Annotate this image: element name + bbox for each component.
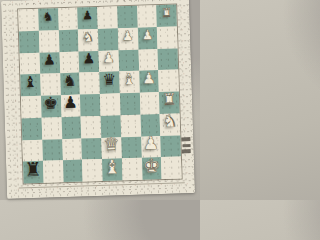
square-e3[interactable] — [120, 93, 140, 115]
piece-white-pawn-d2[interactable]: ♟ — [139, 67, 159, 89]
piece-white-knight-f1[interactable]: ♞ — [160, 110, 180, 132]
piece-white-rook-e1[interactable]: ♜ — [159, 88, 179, 110]
square-c1[interactable] — [158, 48, 178, 70]
piece-white-bishop-h4[interactable]: ♝ — [102, 155, 122, 177]
square-e8[interactable] — [21, 96, 41, 118]
piece-white-knight-b5[interactable]: ♞ — [78, 26, 98, 48]
piece-white-pawn-c4[interactable]: ♟ — [98, 47, 118, 69]
square-a8[interactable] — [18, 9, 38, 31]
square-f7[interactable] — [41, 117, 61, 139]
square-h1[interactable] — [161, 157, 181, 179]
square-g5[interactable] — [82, 137, 102, 159]
piece-black-knight-d6[interactable]: ♞ — [60, 70, 80, 92]
square-b1[interactable] — [157, 26, 177, 48]
piece-white-pawn-g2[interactable]: ♟ — [141, 133, 161, 155]
square-g1[interactable] — [160, 135, 180, 157]
piece-black-queen-d4[interactable]: ♛ — [99, 69, 119, 91]
square-e5[interactable] — [80, 94, 100, 116]
square-e4[interactable] — [100, 93, 120, 115]
square-b8[interactable] — [19, 31, 39, 53]
square-h7[interactable] — [43, 160, 63, 182]
board-mat: ♞♟♜♞♟♟♟♟♟♝♞♛♝♟♚♟♜♞♛♟♜♝♚ — [1, 0, 195, 199]
square-h5[interactable] — [82, 159, 102, 181]
piece-white-bishop-d3[interactable]: ♝ — [119, 68, 139, 90]
piece-black-rook-h8[interactable]: ♜ — [23, 158, 43, 180]
square-a6[interactable] — [58, 8, 78, 30]
piece-black-bishop-d8[interactable]: ♝ — [20, 71, 40, 93]
square-h3[interactable] — [122, 158, 142, 180]
piece-white-queen-g4[interactable]: ♛ — [101, 134, 121, 156]
square-f8[interactable] — [22, 118, 42, 140]
piece-white-rook-a1[interactable]: ♜ — [156, 1, 176, 23]
piece-black-knight-a7[interactable]: ♞ — [38, 5, 58, 27]
square-a4[interactable] — [97, 6, 117, 28]
square-f3[interactable] — [120, 114, 140, 136]
maker-stamp — [180, 135, 194, 155]
square-g7[interactable] — [42, 139, 62, 161]
piece-black-pawn-a5[interactable]: ♟ — [77, 4, 97, 26]
square-g6[interactable] — [62, 138, 82, 160]
piece-white-pawn-b3[interactable]: ♟ — [117, 24, 137, 46]
square-e2[interactable] — [139, 92, 159, 114]
square-g3[interactable] — [121, 136, 141, 158]
piece-black-king-e7[interactable]: ♚ — [41, 92, 61, 114]
piece-white-pawn-b2[interactable]: ♟ — [137, 24, 157, 46]
piece-white-king-h2[interactable]: ♚ — [141, 154, 161, 176]
piece-black-pawn-c5[interactable]: ♟ — [79, 47, 99, 69]
chess-board: ♞♟♜♞♟♟♟♟♟♝♞♛♝♟♚♟♜♞♛♟♜♝♚ — [17, 3, 182, 184]
square-f6[interactable] — [61, 116, 81, 138]
square-d5[interactable] — [79, 72, 99, 94]
square-f5[interactable] — [81, 116, 101, 138]
square-h6[interactable] — [62, 160, 82, 182]
square-b6[interactable] — [58, 29, 78, 51]
piece-black-pawn-e6[interactable]: ♟ — [60, 92, 80, 114]
piece-black-pawn-c7[interactable]: ♟ — [39, 49, 59, 71]
